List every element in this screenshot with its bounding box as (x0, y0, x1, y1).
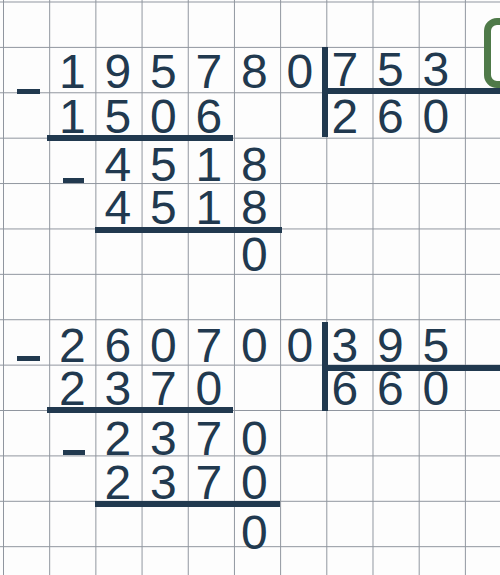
cropped-green-badge-fragment (484, 18, 500, 88)
p2-subtrahend-1-digit: 0 (186, 369, 232, 409)
p2-subtrahend-1-digit: 3 (95, 369, 141, 409)
p2-subtract-line-2 (95, 501, 280, 507)
p1-divisor-digit: 7 (322, 48, 368, 92)
p2-dividend-digit: 0 (232, 325, 278, 367)
p2-subtrahend-2-digit: 3 (141, 463, 187, 502)
p1-remainder: 0 (232, 235, 278, 275)
p2-subtract-line-1 (47, 407, 233, 413)
p1-subtrahend-1: 1506 (50, 96, 232, 137)
squared-paper-worksheet: 1957807531506260451845180260700395237066… (0, 0, 500, 575)
p2-difference-1-digit: 7 (186, 418, 232, 460)
p2-quotient-digit: 6 (322, 369, 368, 409)
p2-dividend: 260700 (50, 325, 323, 367)
p1-subtrahend-1-digit: 5 (95, 96, 141, 137)
p2-subtrahend-1-digit: 2 (50, 369, 96, 409)
p1-subtrahend-2-digit: 8 (232, 188, 278, 228)
p1-subtrahend-2-digit: 5 (141, 188, 187, 228)
p1-subtrahend-1-digit: 6 (186, 96, 232, 137)
p2-divisor-digit: 9 (368, 324, 414, 367)
p1-quotient-digit: 0 (413, 95, 459, 138)
p2-divisor-digit: 5 (413, 324, 459, 367)
p2-remainder-digit: 0 (232, 512, 278, 554)
p2-remainder: 0 (232, 512, 278, 554)
p2-difference-1-digit: 3 (141, 418, 187, 460)
p1-dividend-digit: 1 (50, 50, 96, 94)
p2-subtrahend-1-digit: 7 (141, 369, 187, 409)
p1-subtrahend-2: 4518 (95, 188, 277, 228)
p1-subtract-line-1 (47, 135, 233, 141)
p1-dividend-digit: 5 (141, 50, 187, 94)
p2-quotient-digit: 0 (413, 369, 459, 409)
p2-difference-1-digit: 0 (232, 418, 278, 460)
p1-divisor: 753 (322, 48, 459, 92)
p2-divisor: 395 (322, 324, 459, 367)
p1-divisor-digit: 5 (368, 48, 414, 92)
p2-dividend-digit: 6 (95, 325, 141, 367)
p2-minus-sign-2 (63, 450, 85, 455)
p1-quotient-digit: 6 (368, 95, 414, 138)
p1-dividend-digit: 0 (277, 50, 323, 94)
p1-subtrahend-2-digit: 4 (95, 188, 141, 228)
p1-dividend: 195780 (50, 50, 323, 94)
p2-difference-1-digit: 2 (95, 418, 141, 460)
p2-dividend-digit: 7 (186, 325, 232, 367)
p2-subtrahend-2-digit: 0 (232, 463, 278, 502)
p1-dividend-digit: 7 (186, 50, 232, 94)
p2-quotient-digit: 6 (368, 369, 414, 409)
p2-dividend-digit: 0 (141, 325, 187, 367)
p1-subtrahend-1-digit: 0 (141, 96, 187, 137)
p2-subtrahend-2: 2370 (95, 463, 277, 502)
p2-difference-1: 2370 (95, 418, 277, 460)
p1-dividend-digit: 9 (95, 50, 141, 94)
p2-quotient: 660 (322, 369, 459, 409)
ink-layer: 1957807531506260451845180260700395237066… (0, 0, 500, 575)
p2-minus-sign-1 (17, 356, 40, 361)
p2-divisor-underline (322, 365, 500, 371)
p1-remainder-digit: 0 (232, 235, 278, 275)
p1-subtrahend-2-digit: 1 (186, 188, 232, 228)
p1-quotient: 260 (322, 95, 459, 138)
p2-subtrahend-1: 2370 (50, 369, 232, 409)
p2-subtrahend-2-digit: 7 (186, 463, 232, 502)
p1-subtrahend-1-digit: 1 (50, 96, 96, 137)
p2-subtrahend-2-digit: 2 (95, 463, 141, 502)
p2-divisor-digit: 3 (322, 324, 368, 367)
p1-dividend-digit: 8 (232, 50, 278, 94)
p1-divisor-underline (322, 88, 500, 94)
p1-quotient-digit: 2 (322, 95, 368, 138)
p1-minus-sign-1 (17, 89, 40, 94)
p1-minus-sign-2 (63, 178, 84, 183)
p2-dividend-digit: 2 (50, 325, 96, 367)
p1-divisor-digit: 3 (413, 48, 459, 92)
p2-dividend-digit: 0 (277, 325, 323, 367)
p1-subtract-line-2 (95, 227, 282, 233)
